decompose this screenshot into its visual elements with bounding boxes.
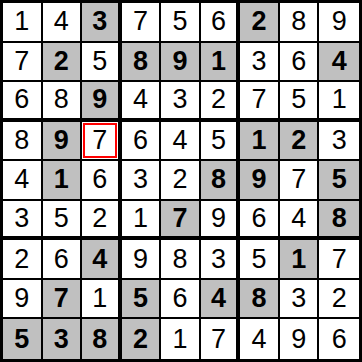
cell-r4c1[interactable]: 8 xyxy=(3,122,43,162)
cell-r5c4[interactable]: 3 xyxy=(122,161,162,201)
cell-r6c5[interactable]: 7 xyxy=(161,201,201,241)
cell-r6c9[interactable]: 8 xyxy=(319,201,359,241)
sudoku-board: 1437562897258913646894327518976451234163… xyxy=(0,0,362,362)
cell-r2c2[interactable]: 2 xyxy=(43,43,83,83)
cell-r3c3[interactable]: 9 xyxy=(82,82,122,122)
cell-r8c2[interactable]: 7 xyxy=(43,280,83,320)
cell-r1c8[interactable]: 8 xyxy=(280,3,320,43)
cell-r3c4[interactable]: 4 xyxy=(122,82,162,122)
cell-r2c9[interactable]: 4 xyxy=(319,43,359,83)
cell-r2c6[interactable]: 1 xyxy=(201,43,241,83)
cell-r1c9[interactable]: 9 xyxy=(319,3,359,43)
cell-r4c7[interactable]: 1 xyxy=(240,122,280,162)
cell-r8c5[interactable]: 6 xyxy=(161,280,201,320)
cell-r9c1[interactable]: 5 xyxy=(3,319,43,359)
cell-r4c4[interactable]: 6 xyxy=(122,122,162,162)
cell-r6c6[interactable]: 9 xyxy=(201,201,241,241)
cell-r4c9[interactable]: 3 xyxy=(319,122,359,162)
cell-r7c6[interactable]: 3 xyxy=(201,240,241,280)
cell-r9c8[interactable]: 9 xyxy=(280,319,320,359)
cell-r4c5[interactable]: 4 xyxy=(161,122,201,162)
cell-r1c2[interactable]: 4 xyxy=(43,3,83,43)
cell-r5c2[interactable]: 1 xyxy=(43,161,83,201)
cell-r6c4[interactable]: 1 xyxy=(122,201,162,241)
cell-r7c1[interactable]: 2 xyxy=(3,240,43,280)
cell-r8c8[interactable]: 3 xyxy=(280,280,320,320)
cell-r1c4[interactable]: 7 xyxy=(122,3,162,43)
cell-r5c7[interactable]: 9 xyxy=(240,161,280,201)
cell-r4c2[interactable]: 9 xyxy=(43,122,83,162)
cell-r2c7[interactable]: 3 xyxy=(240,43,280,83)
cell-r4c6[interactable]: 5 xyxy=(201,122,241,162)
cell-r7c9[interactable]: 7 xyxy=(319,240,359,280)
cell-r8c3[interactable]: 1 xyxy=(82,280,122,320)
cell-r3c1[interactable]: 6 xyxy=(3,82,43,122)
cell-r2c3[interactable]: 5 xyxy=(82,43,122,83)
cell-r4c3[interactable]: 7 xyxy=(82,122,122,162)
cell-r8c1[interactable]: 9 xyxy=(3,280,43,320)
cell-r9c9[interactable]: 6 xyxy=(319,319,359,359)
cell-r3c8[interactable]: 5 xyxy=(280,82,320,122)
cell-r2c4[interactable]: 8 xyxy=(122,43,162,83)
cell-r1c1[interactable]: 1 xyxy=(3,3,43,43)
cell-r8c6[interactable]: 4 xyxy=(201,280,241,320)
cell-r1c5[interactable]: 5 xyxy=(161,3,201,43)
cell-r6c8[interactable]: 4 xyxy=(280,201,320,241)
cell-r8c4[interactable]: 5 xyxy=(122,280,162,320)
cell-r9c3[interactable]: 8 xyxy=(82,319,122,359)
cell-r3c6[interactable]: 2 xyxy=(201,82,241,122)
cell-r7c7[interactable]: 5 xyxy=(240,240,280,280)
cell-r6c2[interactable]: 5 xyxy=(43,201,83,241)
cell-r7c3[interactable]: 4 xyxy=(82,240,122,280)
cell-r3c9[interactable]: 1 xyxy=(319,82,359,122)
cell-r3c7[interactable]: 7 xyxy=(240,82,280,122)
cell-r5c6[interactable]: 8 xyxy=(201,161,241,201)
cell-r1c7[interactable]: 2 xyxy=(240,3,280,43)
cell-r3c2[interactable]: 8 xyxy=(43,82,83,122)
cell-r5c8[interactable]: 7 xyxy=(280,161,320,201)
cell-r9c6[interactable]: 7 xyxy=(201,319,241,359)
cell-r9c4[interactable]: 2 xyxy=(122,319,162,359)
cell-r5c3[interactable]: 6 xyxy=(82,161,122,201)
cell-r4c8[interactable]: 2 xyxy=(280,122,320,162)
cell-r9c7[interactable]: 4 xyxy=(240,319,280,359)
cell-r1c6[interactable]: 6 xyxy=(201,3,241,43)
cell-r1c3[interactable]: 3 xyxy=(82,3,122,43)
cell-r8c7[interactable]: 8 xyxy=(240,280,280,320)
cell-r6c1[interactable]: 3 xyxy=(3,201,43,241)
cell-r2c5[interactable]: 9 xyxy=(161,43,201,83)
cell-r5c5[interactable]: 2 xyxy=(161,161,201,201)
cell-r3c5[interactable]: 3 xyxy=(161,82,201,122)
cell-r7c8[interactable]: 1 xyxy=(280,240,320,280)
cell-r8c9[interactable]: 2 xyxy=(319,280,359,320)
cell-r6c7[interactable]: 6 xyxy=(240,201,280,241)
cell-r9c5[interactable]: 1 xyxy=(161,319,201,359)
cell-r5c9[interactable]: 5 xyxy=(319,161,359,201)
cell-r5c1[interactable]: 4 xyxy=(3,161,43,201)
cell-r2c1[interactable]: 7 xyxy=(3,43,43,83)
cell-r9c2[interactable]: 3 xyxy=(43,319,83,359)
cell-r7c2[interactable]: 6 xyxy=(43,240,83,280)
cell-r2c8[interactable]: 6 xyxy=(280,43,320,83)
cell-r7c5[interactable]: 8 xyxy=(161,240,201,280)
cell-r7c4[interactable]: 9 xyxy=(122,240,162,280)
cell-r6c3[interactable]: 2 xyxy=(82,201,122,241)
